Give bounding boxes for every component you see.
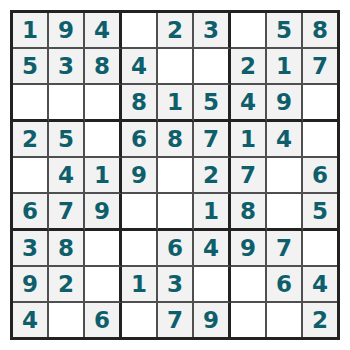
cell-r4c2[interactable]: 5 (49, 122, 85, 158)
cell-r3c8[interactable]: 9 (267, 85, 303, 122)
cell-r4c8[interactable]: 4 (267, 122, 303, 158)
cell-r3c6[interactable]: 5 (194, 85, 231, 122)
cell-r1c9[interactable]: 8 (303, 13, 337, 49)
cell-r7c6[interactable]: 4 (194, 231, 231, 267)
cell-r6c8[interactable] (267, 194, 303, 231)
cell-r9c5[interactable]: 7 (158, 303, 194, 337)
cell-r5c2[interactable]: 4 (49, 158, 85, 194)
cell-r7c8[interactable]: 7 (267, 231, 303, 267)
cell-r7c5[interactable]: 6 (158, 231, 194, 267)
cell-r5c8[interactable] (267, 158, 303, 194)
cell-r6c4[interactable] (122, 194, 158, 231)
cell-r1c4[interactable] (122, 13, 158, 49)
cell-r5c6[interactable]: 2 (194, 158, 231, 194)
cell-r9c6[interactable]: 9 (194, 303, 231, 337)
cell-r3c9[interactable] (303, 85, 337, 122)
cell-r6c5[interactable] (158, 194, 194, 231)
cell-r3c4[interactable]: 8 (122, 85, 158, 122)
cell-r6c9[interactable]: 5 (303, 194, 337, 231)
cell-r5c9[interactable]: 6 (303, 158, 337, 194)
cell-r8c8[interactable]: 6 (267, 267, 303, 303)
cell-r7c7[interactable]: 9 (231, 231, 267, 267)
cell-r8c4[interactable]: 1 (122, 267, 158, 303)
cell-r8c5[interactable]: 3 (158, 267, 194, 303)
cell-r9c8[interactable] (267, 303, 303, 337)
cell-r7c2[interactable]: 8 (49, 231, 85, 267)
cell-r9c1[interactable]: 4 (13, 303, 49, 337)
cell-r2c3[interactable]: 8 (85, 49, 122, 85)
cell-r2c6[interactable] (194, 49, 231, 85)
cell-r4c7[interactable]: 1 (231, 122, 267, 158)
cell-r4c9[interactable] (303, 122, 337, 158)
cell-r2c9[interactable]: 7 (303, 49, 337, 85)
cell-r6c3[interactable]: 9 (85, 194, 122, 231)
cell-r3c7[interactable]: 4 (231, 85, 267, 122)
cell-r9c9[interactable]: 2 (303, 303, 337, 337)
cell-r5c4[interactable]: 9 (122, 158, 158, 194)
cell-r9c2[interactable] (49, 303, 85, 337)
cell-r6c2[interactable]: 7 (49, 194, 85, 231)
cell-r5c1[interactable] (13, 158, 49, 194)
cell-r8c7[interactable] (231, 267, 267, 303)
cell-r1c3[interactable]: 4 (85, 13, 122, 49)
cell-r7c4[interactable] (122, 231, 158, 267)
cell-r3c2[interactable] (49, 85, 85, 122)
cell-r2c8[interactable]: 1 (267, 49, 303, 85)
cell-r9c3[interactable]: 6 (85, 303, 122, 337)
cell-r2c5[interactable] (158, 49, 194, 85)
cell-r4c4[interactable]: 6 (122, 122, 158, 158)
sudoku-board: 1942358538421781549256871441927667918538… (10, 10, 340, 340)
cell-r2c1[interactable]: 5 (13, 49, 49, 85)
cell-r2c4[interactable]: 4 (122, 49, 158, 85)
cell-r2c7[interactable]: 2 (231, 49, 267, 85)
cell-r8c6[interactable] (194, 267, 231, 303)
cell-r1c5[interactable]: 2 (158, 13, 194, 49)
cell-r7c1[interactable]: 3 (13, 231, 49, 267)
cell-r4c3[interactable] (85, 122, 122, 158)
cell-r6c1[interactable]: 6 (13, 194, 49, 231)
cell-r5c5[interactable] (158, 158, 194, 194)
cell-r1c7[interactable] (231, 13, 267, 49)
cell-r9c4[interactable] (122, 303, 158, 337)
sudoku-page: 1942358538421781549256871441927667918538… (0, 0, 350, 350)
cell-r9c7[interactable] (231, 303, 267, 337)
cell-r2c2[interactable]: 3 (49, 49, 85, 85)
cell-r1c8[interactable]: 5 (267, 13, 303, 49)
cell-r5c7[interactable]: 7 (231, 158, 267, 194)
cell-r3c5[interactable]: 1 (158, 85, 194, 122)
cell-r4c6[interactable]: 7 (194, 122, 231, 158)
cell-r8c1[interactable]: 9 (13, 267, 49, 303)
cell-r5c3[interactable]: 1 (85, 158, 122, 194)
cell-r8c9[interactable]: 4 (303, 267, 337, 303)
cell-r4c5[interactable]: 8 (158, 122, 194, 158)
cell-r8c3[interactable] (85, 267, 122, 303)
cell-r6c7[interactable]: 8 (231, 194, 267, 231)
cell-r6c6[interactable]: 1 (194, 194, 231, 231)
cell-r4c1[interactable]: 2 (13, 122, 49, 158)
cell-r7c3[interactable] (85, 231, 122, 267)
cell-r1c1[interactable]: 1 (13, 13, 49, 49)
cell-r3c3[interactable] (85, 85, 122, 122)
cell-r3c1[interactable] (13, 85, 49, 122)
cell-r1c6[interactable]: 3 (194, 13, 231, 49)
cell-r7c9[interactable] (303, 231, 337, 267)
cell-r8c2[interactable]: 2 (49, 267, 85, 303)
cell-r1c2[interactable]: 9 (49, 13, 85, 49)
